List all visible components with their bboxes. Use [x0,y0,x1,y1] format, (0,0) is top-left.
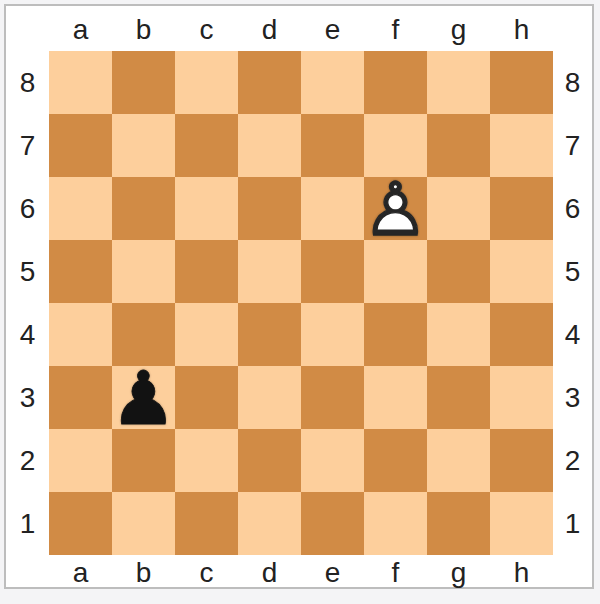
file-label-top-h: h [490,14,553,46]
square-f3[interactable] [364,366,427,429]
square-e6[interactable] [301,177,364,240]
square-a3[interactable] [49,366,112,429]
file-label-bottom-g: g [427,557,490,589]
rank-label-right-5: 5 [553,240,592,303]
square-g8[interactable] [427,51,490,114]
file-label-bottom-c: c [175,557,238,589]
square-e5[interactable] [301,240,364,303]
rank-label-left-2: 2 [6,429,49,492]
square-h5[interactable] [490,240,553,303]
file-label-bottom-a: a [49,557,112,589]
square-b7[interactable] [112,114,175,177]
square-d3[interactable] [238,366,301,429]
rank-label-right-3: 3 [553,366,592,429]
file-labels-bottom: abcdefgh [49,557,553,589]
square-f5[interactable] [364,240,427,303]
rank-label-right-1: 1 [553,492,592,555]
square-c5[interactable] [175,240,238,303]
rank-label-right-6: 6 [553,177,592,240]
square-f1[interactable] [364,492,427,555]
square-b6[interactable] [112,177,175,240]
square-b2[interactable] [112,429,175,492]
file-label-top-f: f [364,14,427,46]
square-a4[interactable] [49,303,112,366]
square-a7[interactable] [49,114,112,177]
square-f4[interactable] [364,303,427,366]
square-g4[interactable] [427,303,490,366]
file-label-bottom-b: b [112,557,175,589]
square-a2[interactable] [49,429,112,492]
file-label-top-c: c [175,14,238,46]
white-pawn[interactable]: ♟♙ [364,177,427,240]
square-h1[interactable] [490,492,553,555]
square-a5[interactable] [49,240,112,303]
square-g6[interactable] [427,177,490,240]
square-h2[interactable] [490,429,553,492]
board: ♟♙♟ [49,51,553,555]
file-label-bottom-d: d [238,557,301,589]
square-g2[interactable] [427,429,490,492]
square-a1[interactable] [49,492,112,555]
square-a6[interactable] [49,177,112,240]
square-d6[interactable] [238,177,301,240]
square-g3[interactable] [427,366,490,429]
square-c6[interactable] [175,177,238,240]
square-h6[interactable] [490,177,553,240]
square-c8[interactable] [175,51,238,114]
rank-labels-left: 87654321 [6,51,49,555]
file-label-top-g: g [427,14,490,46]
square-d1[interactable] [238,492,301,555]
rank-label-right-4: 4 [553,303,592,366]
square-b5[interactable] [112,240,175,303]
square-h3[interactable] [490,366,553,429]
square-d4[interactable] [238,303,301,366]
square-e3[interactable] [301,366,364,429]
rank-label-left-8: 8 [6,51,49,114]
rank-label-right-7: 7 [553,114,592,177]
white-pawn-outline-glyph: ♙ [364,178,427,241]
square-d2[interactable] [238,429,301,492]
rank-label-right-2: 2 [553,429,592,492]
file-labels-top: abcdefgh [49,14,553,46]
square-f8[interactable] [364,51,427,114]
file-label-top-d: d [238,14,301,46]
rank-label-left-3: 3 [6,366,49,429]
rank-label-left-5: 5 [6,240,49,303]
square-g7[interactable] [427,114,490,177]
square-d5[interactable] [238,240,301,303]
rank-label-left-7: 7 [6,114,49,177]
square-e8[interactable] [301,51,364,114]
square-d7[interactable] [238,114,301,177]
square-a8[interactable] [49,51,112,114]
square-e1[interactable] [301,492,364,555]
file-label-bottom-e: e [301,557,364,589]
file-label-bottom-f: f [364,557,427,589]
rank-label-left-4: 4 [6,303,49,366]
square-c4[interactable] [175,303,238,366]
square-g1[interactable] [427,492,490,555]
square-e7[interactable] [301,114,364,177]
square-f6[interactable]: ♟♙ [364,177,427,240]
square-c3[interactable] [175,366,238,429]
file-label-top-e: e [301,14,364,46]
square-b3[interactable]: ♟ [112,366,175,429]
chess-diagram-panel: abcdefgh 87654321 ♟♙♟ 87654321 abcdefgh [4,4,594,589]
square-b1[interactable] [112,492,175,555]
square-b8[interactable] [112,51,175,114]
file-label-top-b: b [112,14,175,46]
black-pawn-glyph: ♟ [112,367,175,430]
square-c7[interactable] [175,114,238,177]
file-label-bottom-h: h [490,557,553,589]
rank-label-right-8: 8 [553,51,592,114]
square-c1[interactable] [175,492,238,555]
square-h7[interactable] [490,114,553,177]
square-c2[interactable] [175,429,238,492]
square-e4[interactable] [301,303,364,366]
square-f2[interactable] [364,429,427,492]
rank-labels-right: 87654321 [553,51,592,555]
square-h4[interactable] [490,303,553,366]
square-e2[interactable] [301,429,364,492]
rank-label-left-1: 1 [6,492,49,555]
rank-label-left-6: 6 [6,177,49,240]
square-h8[interactable] [490,51,553,114]
square-g5[interactable] [427,240,490,303]
square-d8[interactable] [238,51,301,114]
black-pawn[interactable]: ♟ [112,366,175,429]
file-label-top-a: a [49,14,112,46]
